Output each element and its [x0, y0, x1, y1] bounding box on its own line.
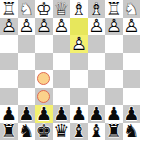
black-pawn[interactable]: ♟	[88, 105, 106, 123]
white-piece-outline: ♙	[88, 18, 106, 36]
white-pawn[interactable]: ♟♙	[88, 18, 106, 36]
square-a4[interactable]	[123, 53, 141, 71]
black-piece-glyph: ♟	[70, 105, 88, 123]
square-d1[interactable]: ♝♗	[70, 0, 88, 18]
square-c6[interactable]	[88, 88, 106, 106]
black-pawn[interactable]: ♟	[53, 105, 71, 123]
white-rook[interactable]: ♜♖	[0, 0, 18, 18]
white-piece-outline: ♙	[0, 18, 18, 36]
square-a6[interactable]	[123, 88, 141, 106]
square-g6[interactable]	[18, 88, 36, 106]
black-piece-glyph: ♟	[123, 105, 141, 123]
white-pawn[interactable]: ♟♙	[105, 18, 123, 36]
black-piece-glyph: ♟	[18, 105, 36, 123]
black-pawn[interactable]: ♟	[18, 105, 36, 123]
square-e5[interactable]	[53, 70, 71, 88]
black-bishop[interactable]: ♝	[88, 123, 106, 141]
white-pawn[interactable]: ♟♙	[35, 18, 53, 36]
black-piece-glyph: ♜	[105, 123, 123, 141]
black-knight[interactable]: ♞	[18, 123, 36, 141]
black-rook[interactable]: ♜	[0, 123, 18, 141]
black-piece-glyph: ♚	[35, 123, 53, 141]
square-b3[interactable]	[105, 35, 123, 53]
square-d5[interactable]	[70, 70, 88, 88]
square-b7[interactable]: ♟	[105, 105, 123, 123]
white-pawn[interactable]: ♟♙	[0, 18, 18, 36]
square-h4[interactable]	[0, 53, 18, 71]
black-pawn[interactable]: ♟	[70, 105, 88, 123]
square-d2[interactable]	[70, 18, 88, 36]
square-b2[interactable]: ♟♙	[105, 18, 123, 36]
square-c7[interactable]: ♟	[88, 105, 106, 123]
square-b6[interactable]	[105, 88, 123, 106]
square-b4[interactable]	[105, 53, 123, 71]
black-bishop[interactable]: ♝	[70, 123, 88, 141]
white-bishop[interactable]: ♝♗	[88, 0, 106, 18]
black-piece-glyph: ♞	[18, 123, 36, 141]
square-b5[interactable]	[105, 70, 123, 88]
white-knight[interactable]: ♞♘	[123, 0, 141, 18]
chess-board: ♜♖♞♘♚♔♛♕♝♗♝♗♜♖♞♘♟♙♟♙♟♙♟♙♟♙♟♙♟♙♟♙♟♟♟♟♟♟♟♟…	[0, 0, 140, 140]
move-hint-circle[interactable]	[37, 90, 50, 103]
black-queen[interactable]: ♛	[53, 123, 71, 141]
square-f3[interactable]	[35, 35, 53, 53]
black-king[interactable]: ♚	[35, 123, 53, 141]
square-f2[interactable]: ♟♙	[35, 18, 53, 36]
square-h2[interactable]: ♟♙	[0, 18, 18, 36]
white-piece-outline: ♙	[123, 18, 141, 36]
black-piece-glyph: ♛	[53, 123, 71, 141]
square-a2[interactable]: ♟♙	[123, 18, 141, 36]
white-bishop[interactable]: ♝♗	[70, 0, 88, 18]
square-e1[interactable]: ♛♕	[53, 0, 71, 18]
white-piece-outline: ♙	[18, 18, 36, 36]
square-a5[interactable]	[123, 70, 141, 88]
black-pawn[interactable]: ♟	[35, 105, 53, 123]
white-piece-outline: ♙	[53, 18, 71, 36]
black-piece-glyph: ♟	[88, 105, 106, 123]
square-g8[interactable]: ♞	[18, 123, 36, 141]
square-c1[interactable]: ♝♗	[88, 0, 106, 18]
black-piece-glyph: ♜	[0, 123, 18, 141]
square-f4[interactable]	[35, 53, 53, 71]
black-piece-glyph: ♝	[70, 123, 88, 141]
black-pawn[interactable]: ♟	[0, 105, 18, 123]
square-c5[interactable]	[88, 70, 106, 88]
white-piece-outline: ♘	[123, 0, 141, 18]
white-piece-outline: ♖	[0, 0, 18, 18]
square-c8[interactable]: ♝	[88, 123, 106, 141]
square-d6[interactable]	[70, 88, 88, 106]
square-f6[interactable]	[35, 88, 53, 106]
white-piece-outline: ♗	[88, 0, 106, 18]
white-pawn[interactable]: ♟♙	[123, 18, 141, 36]
black-rook[interactable]: ♜	[105, 123, 123, 141]
square-d3[interactable]: ♟♙	[70, 35, 88, 53]
square-e8[interactable]: ♛	[53, 123, 71, 141]
square-h6[interactable]	[0, 88, 18, 106]
black-piece-glyph: ♟	[35, 105, 53, 123]
white-pawn[interactable]: ♟♙	[70, 35, 88, 53]
square-c2[interactable]: ♟♙	[88, 18, 106, 36]
square-e2[interactable]: ♟♙	[53, 18, 71, 36]
square-h3[interactable]	[0, 35, 18, 53]
square-f5[interactable]	[35, 70, 53, 88]
square-c3[interactable]	[88, 35, 106, 53]
black-piece-glyph: ♟	[105, 105, 123, 123]
square-d7[interactable]: ♟	[70, 105, 88, 123]
square-g4[interactable]	[18, 53, 36, 71]
square-a1[interactable]: ♞♘	[123, 0, 141, 18]
black-piece-glyph: ♟	[0, 105, 18, 123]
square-g7[interactable]: ♟	[18, 105, 36, 123]
white-piece-outline: ♙	[35, 18, 53, 36]
white-piece-outline: ♙	[70, 35, 88, 53]
white-rook[interactable]: ♜♖	[105, 0, 123, 18]
square-e3[interactable]	[53, 35, 71, 53]
white-piece-outline: ♙	[105, 18, 123, 36]
square-f8[interactable]: ♚	[35, 123, 53, 141]
white-piece-outline: ♖	[105, 0, 123, 18]
square-h1[interactable]: ♜♖	[0, 0, 18, 18]
black-piece-glyph: ♟	[53, 105, 71, 123]
black-piece-glyph: ♝	[88, 123, 106, 141]
square-g5[interactable]	[18, 70, 36, 88]
black-pawn[interactable]: ♟	[105, 105, 123, 123]
black-knight[interactable]: ♞	[123, 123, 141, 141]
square-h8[interactable]: ♜	[0, 123, 18, 141]
square-g2[interactable]: ♟♙	[18, 18, 36, 36]
square-e7[interactable]: ♟	[53, 105, 71, 123]
square-d4[interactable]	[70, 53, 88, 71]
white-piece-outline: ♗	[70, 0, 88, 18]
square-d8[interactable]: ♝	[70, 123, 88, 141]
square-g3[interactable]	[18, 35, 36, 53]
black-piece-glyph: ♞	[123, 123, 141, 141]
square-e4[interactable]	[53, 53, 71, 71]
square-a8[interactable]: ♞	[123, 123, 141, 141]
square-f7[interactable]: ♟	[35, 105, 53, 123]
square-b1[interactable]: ♜♖	[105, 0, 123, 18]
black-pawn[interactable]: ♟	[123, 105, 141, 123]
square-h7[interactable]: ♟	[0, 105, 18, 123]
white-piece-outline: ♔	[35, 0, 53, 18]
white-pawn[interactable]: ♟♙	[18, 18, 36, 36]
square-h5[interactable]	[0, 70, 18, 88]
square-g1[interactable]: ♞♘	[18, 0, 36, 18]
white-queen[interactable]: ♛♕	[53, 0, 71, 18]
square-e6[interactable]	[53, 88, 71, 106]
white-piece-outline: ♘	[18, 0, 36, 18]
square-a3[interactable]	[123, 35, 141, 53]
square-c4[interactable]	[88, 53, 106, 71]
square-f1[interactable]: ♚♔	[35, 0, 53, 18]
white-knight[interactable]: ♞♘	[18, 0, 36, 18]
white-king[interactable]: ♚♔	[35, 0, 53, 18]
move-hint-circle[interactable]	[37, 72, 50, 85]
white-piece-outline: ♕	[53, 0, 71, 18]
square-b8[interactable]: ♜	[105, 123, 123, 141]
white-pawn[interactable]: ♟♙	[53, 18, 71, 36]
square-a7[interactable]: ♟	[123, 105, 141, 123]
